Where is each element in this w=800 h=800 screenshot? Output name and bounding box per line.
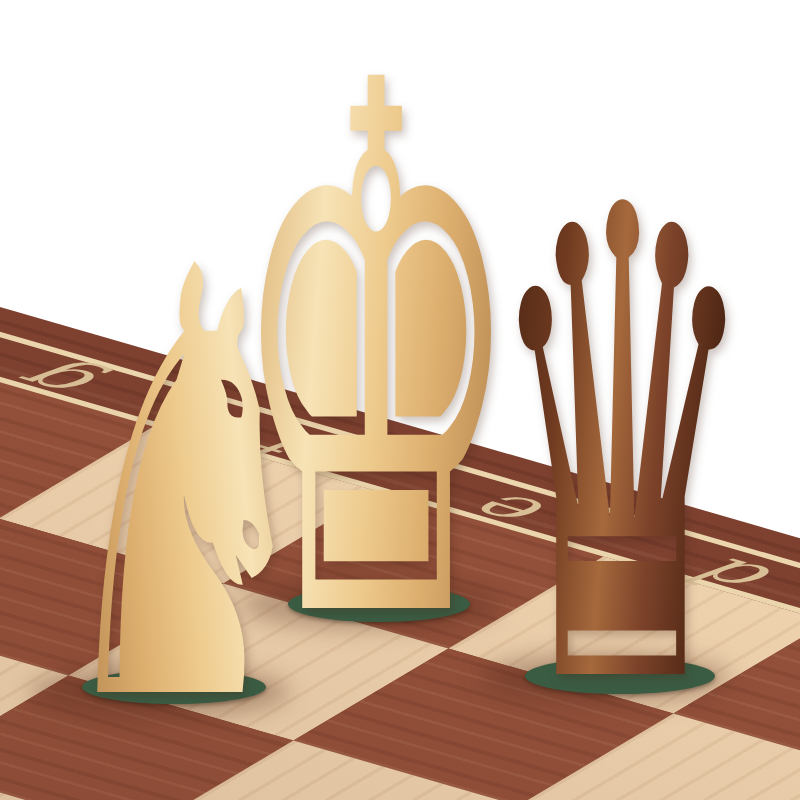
product-photo-scene: h g f e d c b a ♞ ♚ ♛ xyxy=(0,0,800,800)
white-king-glyph: ♚ xyxy=(229,0,523,720)
dark-queen-glyph: ♛ xyxy=(485,124,759,774)
